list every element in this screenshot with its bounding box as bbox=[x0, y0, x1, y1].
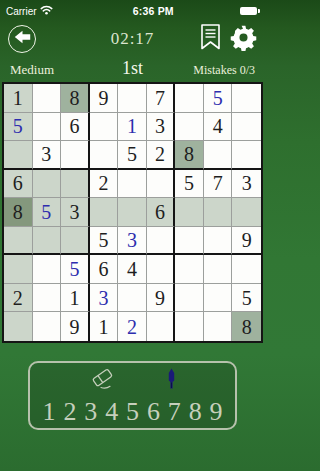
cell-r2c8[interactable]: 4 bbox=[204, 113, 233, 142]
numpad-digit-4[interactable]: 4 bbox=[102, 399, 122, 425]
cell-r2c9[interactable] bbox=[232, 113, 261, 142]
cell-r5c6[interactable]: 6 bbox=[147, 198, 176, 227]
cell-r3c5[interactable]: 5 bbox=[118, 141, 147, 170]
cell-r4c4[interactable]: 2 bbox=[90, 170, 119, 199]
cell-r8c6[interactable]: 9 bbox=[147, 284, 176, 313]
cell-r5c1[interactable]: 8 bbox=[4, 198, 33, 227]
eraser-icon bbox=[88, 367, 116, 395]
cell-r3c7[interactable]: 8 bbox=[175, 141, 204, 170]
cell-r4c9[interactable]: 3 bbox=[232, 170, 261, 199]
numpad-digit-1[interactable]: 1 bbox=[39, 399, 59, 425]
nav-bar: 02:17 bbox=[0, 20, 265, 58]
cell-r1c5[interactable] bbox=[118, 84, 147, 113]
cell-r9c9[interactable]: 8 bbox=[232, 312, 261, 341]
cell-r8c8[interactable] bbox=[204, 284, 233, 313]
cell-r9c8[interactable] bbox=[204, 312, 233, 341]
cell-r7c1[interactable] bbox=[4, 255, 33, 284]
cell-r9c5[interactable]: 2 bbox=[118, 312, 147, 341]
cell-r1c2[interactable] bbox=[33, 84, 62, 113]
cell-r4c7[interactable]: 5 bbox=[175, 170, 204, 199]
cell-r6c2[interactable] bbox=[33, 227, 62, 256]
cell-r7c6[interactable] bbox=[147, 255, 176, 284]
number-pad-panel: 123456789 bbox=[28, 361, 237, 430]
cell-r5c9[interactable] bbox=[232, 198, 261, 227]
cell-r9c4[interactable]: 1 bbox=[90, 312, 119, 341]
numpad-digit-5[interactable]: 5 bbox=[123, 399, 143, 425]
cell-r9c1[interactable] bbox=[4, 312, 33, 341]
cell-r1c9[interactable] bbox=[232, 84, 261, 113]
cell-r1c8[interactable]: 5 bbox=[204, 84, 233, 113]
cell-r2c4[interactable] bbox=[90, 113, 119, 142]
cell-r8c5[interactable] bbox=[118, 284, 147, 313]
cell-r6c6[interactable] bbox=[147, 227, 176, 256]
cell-r5c7[interactable] bbox=[175, 198, 204, 227]
cell-r7c4[interactable]: 6 bbox=[90, 255, 119, 284]
numpad-digit-6[interactable]: 6 bbox=[143, 399, 163, 425]
cell-r8c7[interactable] bbox=[175, 284, 204, 313]
cell-r5c5[interactable] bbox=[118, 198, 147, 227]
cell-r6c3[interactable] bbox=[61, 227, 90, 256]
cell-r1c7[interactable] bbox=[175, 84, 204, 113]
cell-r5c4[interactable] bbox=[90, 198, 119, 227]
cell-r6c9[interactable]: 9 bbox=[232, 227, 261, 256]
wifi-icon bbox=[40, 5, 53, 17]
cell-r3c1[interactable] bbox=[4, 141, 33, 170]
cell-r8c2[interactable] bbox=[33, 284, 62, 313]
cell-r3c4[interactable] bbox=[90, 141, 119, 170]
cell-r2c7[interactable] bbox=[175, 113, 204, 142]
pencil-icon bbox=[166, 368, 177, 394]
cell-r2c3[interactable]: 6 bbox=[61, 113, 90, 142]
cell-r1c6[interactable]: 7 bbox=[147, 84, 176, 113]
cell-r8c4[interactable]: 3 bbox=[90, 284, 119, 313]
cell-r7c8[interactable] bbox=[204, 255, 233, 284]
cell-r3c9[interactable] bbox=[232, 141, 261, 170]
cell-r9c7[interactable] bbox=[175, 312, 204, 341]
cell-r3c8[interactable] bbox=[204, 141, 233, 170]
cell-r9c3[interactable]: 9 bbox=[61, 312, 90, 341]
numpad-digit-2[interactable]: 2 bbox=[60, 399, 80, 425]
cell-r8c1[interactable]: 2 bbox=[4, 284, 33, 313]
cell-r7c3[interactable]: 5 bbox=[61, 255, 90, 284]
cell-r2c1[interactable]: 5 bbox=[4, 113, 33, 142]
cell-r4c1[interactable]: 6 bbox=[4, 170, 33, 199]
cell-r7c2[interactable] bbox=[33, 255, 62, 284]
cell-r7c9[interactable] bbox=[232, 255, 261, 284]
cell-r2c6[interactable]: 3 bbox=[147, 113, 176, 142]
cell-r5c8[interactable] bbox=[204, 198, 233, 227]
cell-r6c1[interactable] bbox=[4, 227, 33, 256]
cell-r6c8[interactable] bbox=[204, 227, 233, 256]
mistakes-label: Mistakes 0/3 bbox=[143, 63, 255, 78]
level-label: 1st bbox=[122, 58, 143, 79]
cell-r6c5[interactable]: 3 bbox=[118, 227, 147, 256]
clock-label: 6:36 PM bbox=[133, 5, 174, 17]
cell-r4c8[interactable]: 7 bbox=[204, 170, 233, 199]
numpad-digit-9[interactable]: 9 bbox=[206, 399, 226, 425]
pencil-notes-button[interactable] bbox=[166, 368, 177, 394]
cell-r7c5[interactable]: 4 bbox=[118, 255, 147, 284]
numpad-digit-3[interactable]: 3 bbox=[81, 399, 101, 425]
timer-label: 02:17 bbox=[0, 29, 265, 49]
numpad-digit-8[interactable]: 8 bbox=[185, 399, 205, 425]
cell-r6c4[interactable]: 5 bbox=[90, 227, 119, 256]
cell-r8c9[interactable]: 5 bbox=[232, 284, 261, 313]
sudoku-grid: 18975561343528625738536539564213959128 bbox=[2, 82, 263, 343]
cell-r3c6[interactable]: 2 bbox=[147, 141, 176, 170]
cell-r8c3[interactable]: 1 bbox=[61, 284, 90, 313]
difficulty-label: Medium bbox=[10, 62, 122, 78]
cell-r6c7[interactable] bbox=[175, 227, 204, 256]
cell-r1c4[interactable]: 9 bbox=[90, 84, 119, 113]
cell-r9c2[interactable] bbox=[33, 312, 62, 341]
cell-r4c5[interactable] bbox=[118, 170, 147, 199]
cell-r2c2[interactable] bbox=[33, 113, 62, 142]
carrier-label: Carrier bbox=[6, 6, 37, 17]
cell-r5c2[interactable]: 5 bbox=[33, 198, 62, 227]
cell-r1c3[interactable]: 8 bbox=[61, 84, 90, 113]
cell-r9c6[interactable] bbox=[147, 312, 176, 341]
status-bar: Carrier 6:36 PM bbox=[0, 0, 265, 20]
info-row: Medium 1st Mistakes 0/3 bbox=[0, 58, 265, 81]
battery-icon bbox=[240, 7, 257, 15]
cell-r4c3[interactable] bbox=[61, 170, 90, 199]
cell-r5c3[interactable]: 3 bbox=[61, 198, 90, 227]
cell-r1c1[interactable]: 1 bbox=[4, 84, 33, 113]
cell-r3c2[interactable]: 3 bbox=[33, 141, 62, 170]
cell-r4c2[interactable] bbox=[33, 170, 62, 199]
cell-r7c7[interactable] bbox=[175, 255, 204, 284]
eraser-button[interactable] bbox=[88, 367, 116, 395]
digit-buttons-row: 123456789 bbox=[37, 399, 228, 425]
numpad-digit-7[interactable]: 7 bbox=[164, 399, 184, 425]
cell-r3c3[interactable] bbox=[61, 141, 90, 170]
cell-r2c5[interactable]: 1 bbox=[118, 113, 147, 142]
cell-r4c6[interactable] bbox=[147, 170, 176, 199]
